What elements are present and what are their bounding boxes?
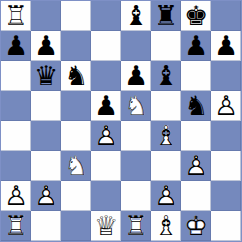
black-bishop-f6[interactable]: ♝ bbox=[151, 61, 181, 91]
square-c7[interactable] bbox=[61, 31, 91, 61]
white-piece-outline-layer: ♖ bbox=[121, 211, 151, 241]
square-c3[interactable]: ♞♘ bbox=[61, 151, 91, 181]
square-h4[interactable] bbox=[211, 121, 241, 151]
square-c4[interactable] bbox=[61, 121, 91, 151]
square-c6[interactable]: ♞ bbox=[61, 61, 91, 91]
square-h7[interactable]: ♟ bbox=[211, 31, 241, 61]
square-b8[interactable] bbox=[31, 1, 61, 31]
white-piece-outline-layer: ♙ bbox=[1, 181, 31, 211]
white-piece-outline-layer: ♖ bbox=[1, 1, 31, 31]
white-piece-outline-layer: ♙ bbox=[181, 151, 211, 181]
black-bishop-e8[interactable]: ♝ bbox=[121, 1, 151, 31]
square-d6[interactable] bbox=[91, 61, 121, 91]
square-d8[interactable] bbox=[91, 1, 121, 31]
square-e6[interactable]: ♟ bbox=[121, 61, 151, 91]
black-pawn-h7[interactable]: ♟ bbox=[211, 31, 241, 61]
white-piece-outline-layer: ♖ bbox=[1, 211, 31, 241]
white-piece-outline-layer: ♘ bbox=[121, 91, 151, 121]
black-knight-c6[interactable]: ♞ bbox=[61, 61, 91, 91]
square-e7[interactable] bbox=[121, 31, 151, 61]
white-bishop-f4[interactable]: ♝♗ bbox=[151, 121, 181, 151]
black-pawn-d5[interactable]: ♟ bbox=[91, 91, 121, 121]
white-piece-outline-layer: ♗ bbox=[151, 211, 181, 241]
white-piece-outline-layer: ♙ bbox=[91, 121, 121, 151]
square-g2[interactable] bbox=[181, 181, 211, 211]
square-h8[interactable] bbox=[211, 1, 241, 31]
white-pawn-b2[interactable]: ♟♙ bbox=[31, 181, 61, 211]
white-piece-outline-layer: ♙ bbox=[151, 181, 181, 211]
square-g6[interactable] bbox=[181, 61, 211, 91]
square-e3[interactable] bbox=[121, 151, 151, 181]
square-a4[interactable] bbox=[1, 121, 31, 151]
square-d7[interactable] bbox=[91, 31, 121, 61]
square-g8[interactable]: ♚ bbox=[181, 1, 211, 31]
square-c1[interactable] bbox=[61, 211, 91, 241]
square-g5[interactable]: ♞ bbox=[181, 91, 211, 121]
square-a2[interactable]: ♟♙ bbox=[1, 181, 31, 211]
black-queen-b6[interactable]: ♛ bbox=[31, 61, 61, 91]
square-a5[interactable] bbox=[1, 91, 31, 121]
white-pawn-d4[interactable]: ♟♙ bbox=[91, 121, 121, 151]
square-e2[interactable] bbox=[121, 181, 151, 211]
square-e4[interactable] bbox=[121, 121, 151, 151]
square-h1[interactable] bbox=[211, 211, 241, 241]
square-d4[interactable]: ♟♙ bbox=[91, 121, 121, 151]
white-piece-outline-layer: ♙ bbox=[31, 181, 61, 211]
black-pawn-b7[interactable]: ♟ bbox=[31, 31, 61, 61]
square-c2[interactable] bbox=[61, 181, 91, 211]
square-f4[interactable]: ♝♗ bbox=[151, 121, 181, 151]
white-pawn-a2[interactable]: ♟♙ bbox=[1, 181, 31, 211]
white-piece-outline-layer: ♘ bbox=[61, 151, 91, 181]
square-d2[interactable] bbox=[91, 181, 121, 211]
square-f8[interactable]: ♜ bbox=[151, 1, 181, 31]
square-a7[interactable]: ♟ bbox=[1, 31, 31, 61]
square-e8[interactable]: ♝ bbox=[121, 1, 151, 31]
white-piece-outline-layer: ♗ bbox=[151, 121, 181, 151]
square-h6[interactable] bbox=[211, 61, 241, 91]
square-g1[interactable]: ♚♔ bbox=[181, 211, 211, 241]
square-g7[interactable]: ♟ bbox=[181, 31, 211, 61]
square-c5[interactable] bbox=[61, 91, 91, 121]
white-king-g1[interactable]: ♚♔ bbox=[181, 211, 211, 241]
black-rook-f8[interactable]: ♜ bbox=[151, 1, 181, 31]
square-b6[interactable]: ♛ bbox=[31, 61, 61, 91]
square-g3[interactable]: ♟♙ bbox=[181, 151, 211, 181]
square-h5[interactable]: ♟♙ bbox=[211, 91, 241, 121]
square-f3[interactable] bbox=[151, 151, 181, 181]
white-pawn-h5[interactable]: ♟♙ bbox=[211, 91, 241, 121]
square-h3[interactable] bbox=[211, 151, 241, 181]
square-f5[interactable] bbox=[151, 91, 181, 121]
square-d3[interactable] bbox=[91, 151, 121, 181]
black-pawn-a7[interactable]: ♟ bbox=[1, 31, 31, 61]
white-knight-e5[interactable]: ♞♘ bbox=[121, 91, 151, 121]
black-knight-g5[interactable]: ♞ bbox=[181, 91, 211, 121]
square-b1[interactable] bbox=[31, 211, 61, 241]
white-knight-c3[interactable]: ♞♘ bbox=[61, 151, 91, 181]
black-king-g8[interactable]: ♚ bbox=[181, 1, 211, 31]
square-h2[interactable] bbox=[211, 181, 241, 211]
white-piece-outline-layer: ♕ bbox=[91, 211, 121, 241]
square-c8[interactable] bbox=[61, 1, 91, 31]
white-piece-outline-layer: ♔ bbox=[181, 211, 211, 241]
square-g4[interactable] bbox=[181, 121, 211, 151]
square-a8[interactable]: ♜♖ bbox=[1, 1, 31, 31]
square-f1[interactable]: ♝♗ bbox=[151, 211, 181, 241]
white-pawn-g3[interactable]: ♟♙ bbox=[181, 151, 211, 181]
square-b5[interactable] bbox=[31, 91, 61, 121]
square-e1[interactable]: ♜♖ bbox=[121, 211, 151, 241]
square-b4[interactable] bbox=[31, 121, 61, 151]
square-e5[interactable]: ♞♘ bbox=[121, 91, 151, 121]
square-a6[interactable] bbox=[1, 61, 31, 91]
square-f7[interactable] bbox=[151, 31, 181, 61]
square-a3[interactable] bbox=[1, 151, 31, 181]
square-b2[interactable]: ♟♙ bbox=[31, 181, 61, 211]
square-b3[interactable] bbox=[31, 151, 61, 181]
square-a1[interactable]: ♜♖ bbox=[1, 211, 31, 241]
white-rook-e1[interactable]: ♜♖ bbox=[121, 211, 151, 241]
square-d1[interactable]: ♛♕ bbox=[91, 211, 121, 241]
black-pawn-g7[interactable]: ♟ bbox=[181, 31, 211, 61]
white-pawn-f2[interactable]: ♟♙ bbox=[151, 181, 181, 211]
white-rook-a1[interactable]: ♜♖ bbox=[1, 211, 31, 241]
square-f6[interactable]: ♝ bbox=[151, 61, 181, 91]
square-f2[interactable]: ♟♙ bbox=[151, 181, 181, 211]
square-b7[interactable]: ♟ bbox=[31, 31, 61, 61]
white-rook-a8[interactable]: ♜♖ bbox=[1, 1, 31, 31]
square-d5[interactable]: ♟ bbox=[91, 91, 121, 121]
black-pawn-e6[interactable]: ♟ bbox=[121, 61, 151, 91]
white-bishop-f1[interactable]: ♝♗ bbox=[151, 211, 181, 241]
chess-board: ♜♖♝♜♚♟♟♟♟♛♞♟♝♟♞♘♞♟♙♟♙♝♗♞♘♟♙♟♙♟♙♟♙♜♖♛♕♜♖♝… bbox=[0, 0, 242, 242]
white-queen-d1[interactable]: ♛♕ bbox=[91, 211, 121, 241]
white-piece-outline-layer: ♙ bbox=[211, 91, 241, 121]
